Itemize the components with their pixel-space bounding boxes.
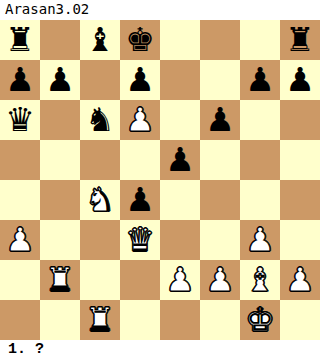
square-f8[interactable] xyxy=(200,20,240,60)
square-d5[interactable] xyxy=(120,140,160,180)
square-d3[interactable]: ♛ xyxy=(120,220,160,260)
square-f4[interactable] xyxy=(200,180,240,220)
square-h2[interactable]: ♟ xyxy=(280,260,320,300)
square-b7[interactable]: ♟ xyxy=(40,60,80,100)
square-a1[interactable] xyxy=(0,300,40,340)
square-h8[interactable]: ♜ xyxy=(280,20,320,60)
square-a3[interactable]: ♟ xyxy=(0,220,40,260)
square-c5[interactable] xyxy=(80,140,120,180)
piece-black-pawn: ♟ xyxy=(5,60,35,100)
piece-black-queen: ♛ xyxy=(5,100,35,140)
square-b3[interactable] xyxy=(40,220,80,260)
square-f3[interactable] xyxy=(200,220,240,260)
piece-white-pawn: ♟ xyxy=(165,260,195,300)
square-c4[interactable]: ♞ xyxy=(80,180,120,220)
square-g2[interactable]: ♝ xyxy=(240,260,280,300)
square-a6[interactable]: ♛ xyxy=(0,100,40,140)
piece-white-queen: ♛ xyxy=(125,220,155,260)
square-e1[interactable] xyxy=(160,300,200,340)
square-d6[interactable]: ♟ xyxy=(120,100,160,140)
square-c8[interactable]: ♝ xyxy=(80,20,120,60)
square-b4[interactable] xyxy=(40,180,80,220)
square-a8[interactable]: ♜ xyxy=(0,20,40,60)
square-e6[interactable] xyxy=(160,100,200,140)
square-d4[interactable]: ♟ xyxy=(120,180,160,220)
square-b6[interactable] xyxy=(40,100,80,140)
square-e7[interactable] xyxy=(160,60,200,100)
piece-black-king: ♚ xyxy=(125,20,155,60)
piece-white-bishop: ♝ xyxy=(245,260,275,300)
square-f5[interactable] xyxy=(200,140,240,180)
piece-black-pawn: ♟ xyxy=(285,60,315,100)
square-g8[interactable] xyxy=(240,20,280,60)
piece-black-rook: ♜ xyxy=(5,20,35,60)
piece-black-bishop: ♝ xyxy=(85,20,115,60)
square-b5[interactable] xyxy=(40,140,80,180)
square-h1[interactable] xyxy=(280,300,320,340)
square-g5[interactable] xyxy=(240,140,280,180)
square-b2[interactable]: ♜ xyxy=(40,260,80,300)
square-c3[interactable] xyxy=(80,220,120,260)
square-c7[interactable] xyxy=(80,60,120,100)
piece-white-pawn: ♟ xyxy=(5,220,35,260)
square-a7[interactable]: ♟ xyxy=(0,60,40,100)
square-e2[interactable]: ♟ xyxy=(160,260,200,300)
square-d1[interactable] xyxy=(120,300,160,340)
square-c2[interactable] xyxy=(80,260,120,300)
square-g3[interactable]: ♟ xyxy=(240,220,280,260)
chess-app-window: Arasan3.02 ♜♝♚♜♟♟♟♟♟♛♞♟♟♟♞♟♟♛♟♜♟♟♝♟♜♚ 1.… xyxy=(0,0,320,360)
square-f7[interactable] xyxy=(200,60,240,100)
square-b8[interactable] xyxy=(40,20,80,60)
square-h6[interactable] xyxy=(280,100,320,140)
square-f1[interactable] xyxy=(200,300,240,340)
piece-black-pawn: ♟ xyxy=(165,140,195,180)
piece-white-pawn: ♟ xyxy=(245,220,275,260)
piece-white-pawn: ♟ xyxy=(285,260,315,300)
piece-black-rook: ♜ xyxy=(285,20,315,60)
square-f6[interactable]: ♟ xyxy=(200,100,240,140)
square-c1[interactable]: ♜ xyxy=(80,300,120,340)
square-e3[interactable] xyxy=(160,220,200,260)
piece-white-rook: ♜ xyxy=(45,260,75,300)
piece-black-pawn: ♟ xyxy=(45,60,75,100)
move-prompt: 1. ? xyxy=(0,340,320,360)
window-title: Arasan3.02 xyxy=(0,0,320,20)
square-g7[interactable]: ♟ xyxy=(240,60,280,100)
piece-white-pawn: ♟ xyxy=(125,100,155,140)
square-h4[interactable] xyxy=(280,180,320,220)
piece-white-pawn: ♟ xyxy=(205,260,235,300)
piece-white-knight: ♞ xyxy=(85,180,115,220)
piece-white-rook: ♜ xyxy=(85,300,115,340)
square-a4[interactable] xyxy=(0,180,40,220)
square-g1[interactable]: ♚ xyxy=(240,300,280,340)
square-h5[interactable] xyxy=(280,140,320,180)
square-b1[interactable] xyxy=(40,300,80,340)
square-f2[interactable]: ♟ xyxy=(200,260,240,300)
square-g4[interactable] xyxy=(240,180,280,220)
square-d2[interactable] xyxy=(120,260,160,300)
square-h3[interactable] xyxy=(280,220,320,260)
piece-black-pawn: ♟ xyxy=(245,60,275,100)
square-e4[interactable] xyxy=(160,180,200,220)
square-e8[interactable] xyxy=(160,20,200,60)
square-g6[interactable] xyxy=(240,100,280,140)
square-d7[interactable]: ♟ xyxy=(120,60,160,100)
piece-black-knight: ♞ xyxy=(85,100,115,140)
piece-black-pawn: ♟ xyxy=(125,60,155,100)
square-d8[interactable]: ♚ xyxy=(120,20,160,60)
chess-board: ♜♝♚♜♟♟♟♟♟♛♞♟♟♟♞♟♟♛♟♜♟♟♝♟♜♚ xyxy=(0,20,320,340)
piece-black-pawn: ♟ xyxy=(125,180,155,220)
square-e5[interactable]: ♟ xyxy=(160,140,200,180)
square-h7[interactable]: ♟ xyxy=(280,60,320,100)
square-c6[interactable]: ♞ xyxy=(80,100,120,140)
square-a2[interactable] xyxy=(0,260,40,300)
square-a5[interactable] xyxy=(0,140,40,180)
piece-black-pawn: ♟ xyxy=(205,100,235,140)
piece-white-king: ♚ xyxy=(245,300,275,340)
